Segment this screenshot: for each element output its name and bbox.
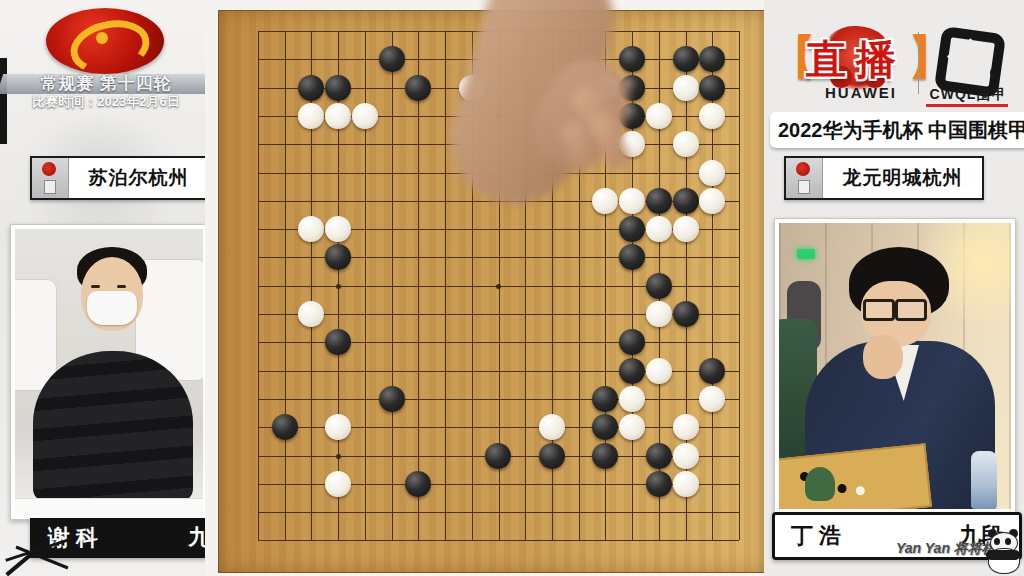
white-stone — [673, 443, 699, 469]
dragon-eye-icon — [96, 32, 108, 44]
team-name-white: 龙元明城杭州 — [823, 165, 982, 191]
live-char-1: 直 — [806, 32, 846, 86]
exit-sign — [797, 249, 815, 259]
round-banner: 常规赛 第十四轮 — [0, 72, 212, 95]
white-stone — [459, 75, 485, 101]
white-stone — [619, 188, 645, 214]
right-panel: 【 直 播 】 HUAWEI CWQL围甲 2022华为手机杯 中国围棋甲级联赛… — [764, 0, 1024, 576]
team-seal — [32, 158, 69, 198]
black-stone — [699, 75, 725, 101]
black-stone — [619, 216, 645, 242]
team-plate-black: 苏泊尔杭州 — [30, 156, 210, 200]
star-point — [496, 284, 501, 289]
white-stone — [619, 131, 645, 157]
white-stone — [699, 103, 725, 129]
black-stone — [619, 46, 645, 72]
black-stone — [592, 386, 618, 412]
water-bottle — [971, 451, 997, 509]
black-stone — [405, 75, 431, 101]
broadcast-frame: 常规赛 第十四轮 比赛时间：2023年2月6日 苏泊尔杭州 — [0, 0, 1024, 576]
panda-eye — [994, 538, 1000, 545]
white-stone — [298, 301, 324, 327]
face-mask — [87, 291, 137, 325]
black-stone — [325, 329, 351, 355]
white-stone — [699, 188, 725, 214]
star-point — [336, 454, 341, 459]
black-stone — [699, 46, 725, 72]
white-stone — [619, 386, 645, 412]
seal-figure-icon — [798, 180, 810, 194]
grid-line-h — [258, 540, 739, 541]
photo-scene — [779, 223, 1011, 509]
panda-icon — [986, 532, 1020, 574]
chair — [15, 279, 57, 391]
black-stone — [646, 273, 672, 299]
cwql-logo-dot — [990, 68, 999, 77]
grid-line-v — [525, 31, 526, 540]
left-panel: 常规赛 第十四轮 比赛时间：2023年2月6日 苏泊尔杭州 — [0, 0, 212, 576]
grid-line-h — [258, 399, 739, 400]
tiny-stone — [855, 486, 865, 496]
team-seal — [786, 158, 823, 198]
black-stone — [619, 75, 645, 101]
event-title-pill: 2022华为手机杯 中国围棋甲级联赛 — [770, 112, 1024, 148]
black-stone — [646, 188, 672, 214]
star-point — [496, 114, 501, 119]
player-fist — [863, 335, 903, 379]
white-stone — [673, 471, 699, 497]
white-stone — [298, 103, 324, 129]
team-name-black: 苏泊尔杭州 — [69, 165, 208, 191]
black-stone — [485, 443, 511, 469]
black-stone — [619, 103, 645, 129]
team-plate-white: 龙元明城杭州 — [784, 156, 984, 200]
white-stone — [325, 471, 351, 497]
seal-logo-icon — [42, 162, 56, 176]
live-badge-row: 【 直 播 】 HUAWEI CWQL围甲 — [766, 24, 1024, 110]
plant — [805, 467, 835, 501]
white-stone — [592, 188, 618, 214]
dragon-logo — [46, 8, 164, 74]
white-stone — [646, 103, 672, 129]
star-point — [336, 284, 341, 289]
black-stone — [646, 443, 672, 469]
photo-scene — [15, 229, 203, 515]
grid-line-v — [739, 31, 740, 540]
panda-arms — [986, 550, 1020, 560]
white-stone — [298, 216, 324, 242]
grid-line-v — [579, 31, 580, 540]
black-stone — [405, 471, 431, 497]
white-stone — [673, 216, 699, 242]
black-stone — [673, 188, 699, 214]
player-name-black: 谢 科 — [48, 523, 98, 553]
black-stone — [325, 244, 351, 270]
white-stone — [646, 301, 672, 327]
black-stone — [592, 443, 618, 469]
black-stone — [699, 358, 725, 384]
table-edge — [15, 498, 203, 515]
huawei-wordmark: HUAWEI — [806, 84, 916, 101]
go-board — [218, 10, 766, 573]
player-jacket — [33, 351, 193, 501]
white-stone — [325, 103, 351, 129]
white-stone — [646, 216, 672, 242]
white-stone — [673, 414, 699, 440]
black-stone — [673, 46, 699, 72]
live-char-2: 播 — [856, 32, 896, 86]
black-stone — [592, 414, 618, 440]
cwql-wordmark: CWQL围甲 — [916, 86, 1020, 104]
black-stone — [379, 46, 405, 72]
seal-logo-icon — [796, 162, 810, 176]
player-photo-white — [774, 218, 1016, 514]
black-stone — [619, 244, 645, 270]
black-stone — [272, 414, 298, 440]
white-stone — [673, 131, 699, 157]
player-photo-black — [10, 224, 208, 520]
black-stone — [619, 329, 645, 355]
seal-figure-icon — [44, 180, 56, 194]
white-stone — [592, 75, 618, 101]
panda-eye — [1005, 538, 1011, 545]
player-name-white: 丁 浩 — [791, 521, 841, 551]
black-stone — [379, 386, 405, 412]
tiny-stone — [837, 484, 847, 494]
white-stone — [325, 216, 351, 242]
watermark-text: Yan Yan 将将棋 — [896, 540, 996, 558]
black-stone — [539, 443, 565, 469]
cwql-tagline — [926, 104, 1008, 107]
ink-branch — [5, 548, 38, 576]
glasses-lens — [895, 299, 927, 321]
player-eye — [117, 285, 126, 288]
black-stone — [298, 75, 324, 101]
white-stone — [646, 358, 672, 384]
black-stone — [325, 75, 351, 101]
dragon-swirl-icon — [65, 13, 154, 80]
white-stone — [539, 414, 565, 440]
logo-divider — [918, 32, 919, 94]
white-stone — [699, 160, 725, 186]
white-stone — [352, 103, 378, 129]
white-stone — [619, 414, 645, 440]
black-stone — [673, 301, 699, 327]
event-title: 2022华为手机杯 中国围棋甲级联赛 — [770, 117, 1024, 144]
grid-line-h — [258, 512, 739, 513]
glasses-lens — [863, 299, 895, 321]
white-stone — [325, 414, 351, 440]
black-stone — [646, 471, 672, 497]
white-stone — [699, 386, 725, 412]
schedule-text: 比赛时间：2023年2月6日 — [0, 93, 212, 111]
white-stone — [673, 75, 699, 101]
player-eye — [91, 285, 100, 288]
black-stone — [619, 358, 645, 384]
